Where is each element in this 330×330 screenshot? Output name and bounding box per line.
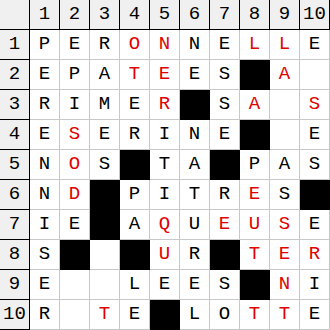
grid-cell[interactable]: I <box>30 210 60 240</box>
grid-cell[interactable]: P <box>120 180 150 210</box>
grid-cell[interactable]: R <box>30 300 60 330</box>
row-header-4: 4 <box>0 120 30 150</box>
grid-cell[interactable]: E <box>90 120 120 150</box>
grid-cell[interactable]: E <box>300 30 330 60</box>
col-header-4: 4 <box>120 0 150 30</box>
grid-cell[interactable]: A <box>120 210 150 240</box>
grid-cell[interactable] <box>270 120 300 150</box>
row-header-1: 1 <box>0 30 30 60</box>
grid-cell[interactable]: N <box>180 120 210 150</box>
grid-cell[interactable]: A <box>270 150 300 180</box>
grid-cell[interactable]: E <box>300 120 330 150</box>
corner-cell <box>0 0 30 30</box>
grid-cell[interactable]: E <box>60 30 90 60</box>
col-header-3: 3 <box>90 0 120 30</box>
grid-cell[interactable] <box>60 300 90 330</box>
grid-cell[interactable]: U <box>240 210 270 240</box>
grid-cell[interactable]: L <box>180 300 210 330</box>
grid-cell[interactable]: U <box>180 210 210 240</box>
col-header-10: 10 <box>300 0 330 30</box>
grid-cell[interactable]: O <box>60 150 90 180</box>
grid-cell[interactable]: S <box>210 90 240 120</box>
grid-cell[interactable]: E <box>240 180 270 210</box>
grid-cell[interactable] <box>90 270 120 300</box>
col-header-2: 2 <box>60 0 90 30</box>
grid-cell[interactable]: E <box>60 210 90 240</box>
grid-cell[interactable]: E <box>150 60 180 90</box>
grid-cell[interactable]: I <box>150 120 180 150</box>
block-cell <box>210 240 240 270</box>
grid-cell[interactable]: N <box>30 150 60 180</box>
grid-cell[interactable]: R <box>210 180 240 210</box>
row-header-7: 7 <box>0 210 30 240</box>
grid-cell[interactable]: O <box>210 300 240 330</box>
grid-cell[interactable]: R <box>90 30 120 60</box>
grid-cell[interactable]: S <box>300 90 330 120</box>
grid-cell[interactable]: T <box>240 300 270 330</box>
grid-cell[interactable]: E <box>210 210 240 240</box>
grid-cell[interactable]: P <box>30 30 60 60</box>
grid-cell[interactable]: R <box>300 240 330 270</box>
block-cell <box>240 120 270 150</box>
grid-cell[interactable]: R <box>150 90 180 120</box>
col-header-6: 6 <box>180 0 210 30</box>
grid-cell[interactable]: E <box>30 270 60 300</box>
grid-cell[interactable]: R <box>30 90 60 120</box>
grid-cell[interactable]: T <box>180 180 210 210</box>
grid-cell[interactable]: E <box>180 60 210 90</box>
col-header-5: 5 <box>150 0 180 30</box>
grid-cell[interactable]: N <box>270 270 300 300</box>
grid-cell[interactable]: O <box>120 30 150 60</box>
grid-cell[interactable]: E <box>300 210 330 240</box>
block-cell <box>210 150 240 180</box>
grid-cell[interactable]: P <box>240 150 270 180</box>
grid-cell[interactable]: L <box>240 30 270 60</box>
block-cell <box>240 60 270 90</box>
grid-cell[interactable]: S <box>300 150 330 180</box>
block-cell <box>150 300 180 330</box>
row-header-2: 2 <box>0 60 30 90</box>
row-header-6: 6 <box>0 180 30 210</box>
col-header-8: 8 <box>240 0 270 30</box>
grid-cell[interactable]: N <box>30 180 60 210</box>
grid-cell[interactable]: R <box>180 240 210 270</box>
grid-cell[interactable]: A <box>90 60 120 90</box>
grid-cell[interactable]: N <box>180 30 210 60</box>
grid-cell[interactable]: R <box>120 120 150 150</box>
grid-cell[interactable]: S <box>60 120 90 150</box>
grid-cell[interactable]: I <box>150 180 180 210</box>
grid-cell[interactable]: D <box>60 180 90 210</box>
grid-cell[interactable]: T <box>90 300 120 330</box>
grid-cell[interactable]: E <box>120 300 150 330</box>
block-cell <box>90 210 120 240</box>
col-header-9: 9 <box>270 0 300 30</box>
grid-cell[interactable] <box>300 60 330 90</box>
grid-cell[interactable]: S <box>30 240 60 270</box>
grid-cell[interactable]: T <box>120 60 150 90</box>
grid-cell[interactable]: U <box>150 240 180 270</box>
grid-cell[interactable]: P <box>60 60 90 90</box>
row-header-5: 5 <box>0 150 30 180</box>
row-header-8: 8 <box>0 240 30 270</box>
block-cell <box>120 150 150 180</box>
block-cell <box>240 270 270 300</box>
grid-cell[interactable]: E <box>180 270 210 300</box>
grid-cell[interactable]: I <box>60 90 90 120</box>
grid-cell[interactable]: E <box>150 270 180 300</box>
grid-cell[interactable]: A <box>180 150 210 180</box>
block-cell <box>180 90 210 120</box>
grid-cell[interactable]: A <box>270 60 300 90</box>
grid-cell[interactable]: E <box>270 240 300 270</box>
grid-cell[interactable]: E <box>30 120 60 150</box>
grid-cell[interactable]: E <box>120 90 150 120</box>
block-cell <box>300 180 330 210</box>
block-cell <box>90 180 120 210</box>
grid-cell[interactable]: E <box>30 60 60 90</box>
grid-cell[interactable]: L <box>120 270 150 300</box>
grid-cell[interactable]: M <box>90 90 120 120</box>
row-header-9: 9 <box>0 270 30 300</box>
crossword-board: 123456789101PERONNELLE2EPATEESA3RIMERSAS… <box>0 0 330 330</box>
col-header-1: 1 <box>30 0 60 30</box>
grid-cell[interactable] <box>90 240 120 270</box>
grid-cell[interactable]: S <box>210 60 240 90</box>
col-header-7: 7 <box>210 0 240 30</box>
grid-cell[interactable]: E <box>300 300 330 330</box>
block-cell <box>120 240 150 270</box>
grid-cell[interactable]: T <box>150 150 180 180</box>
grid-cell[interactable] <box>60 270 90 300</box>
grid-cell[interactable]: L <box>270 30 300 60</box>
grid-cell[interactable]: I <box>300 270 330 300</box>
grid-cell[interactable]: T <box>270 300 300 330</box>
grid-cell[interactable] <box>270 90 300 120</box>
grid-cell[interactable]: S <box>270 210 300 240</box>
grid-cell[interactable]: E <box>210 120 240 150</box>
grid-cell[interactable]: Q <box>150 210 180 240</box>
grid-cell[interactable]: S <box>90 150 120 180</box>
grid-cell[interactable]: E <box>210 30 240 60</box>
grid-cell[interactable]: N <box>150 30 180 60</box>
row-header-3: 3 <box>0 90 30 120</box>
grid-cell[interactable]: A <box>240 90 270 120</box>
grid-cell[interactable]: T <box>240 240 270 270</box>
block-cell <box>60 240 90 270</box>
row-header-10: 10 <box>0 300 30 330</box>
grid-cell[interactable]: S <box>210 270 240 300</box>
grid-cell[interactable]: S <box>270 180 300 210</box>
